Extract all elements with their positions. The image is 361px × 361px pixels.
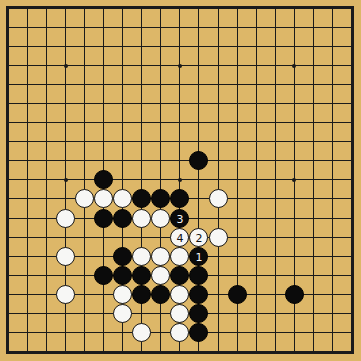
white-stone-glyph: ○ [118, 193, 128, 205]
white-stone: ○ [170, 247, 189, 266]
black-stone-glyph: ● [175, 193, 185, 205]
black-stone-glyph: ● [175, 269, 185, 281]
white-stone: ○ [56, 285, 75, 304]
white-stone: ○ [151, 266, 170, 285]
black-stone-glyph: ● [194, 155, 204, 167]
black-stone-glyph: ● [118, 250, 128, 262]
black-stone-glyph: ● [156, 193, 166, 205]
white-stone-move-2: 2 [189, 228, 208, 247]
white-stone-glyph: ○ [175, 326, 185, 338]
black-stone-glyph: ● [137, 269, 147, 281]
white-stone: ○ [170, 285, 189, 304]
black-stone-glyph: ● [194, 269, 204, 281]
star-point [64, 178, 68, 182]
move-number: 3 [176, 213, 183, 224]
black-stone: ● [228, 285, 247, 304]
move-number: 1 [195, 251, 202, 262]
black-stone: ● [189, 285, 208, 304]
white-stone: ○ [75, 189, 94, 208]
black-stone-glyph: ● [194, 288, 204, 300]
white-stone-glyph: ○ [175, 250, 185, 262]
white-stone-glyph: ○ [137, 250, 147, 262]
white-stone: ○ [151, 247, 170, 266]
black-stone: ● [113, 266, 132, 285]
black-stone-glyph: ● [194, 307, 204, 319]
black-stone-glyph: ● [118, 269, 128, 281]
white-stone: ○ [113, 304, 132, 323]
star-point [292, 64, 296, 68]
black-stone-glyph: ● [232, 288, 242, 300]
white-stone-glyph: ○ [156, 250, 166, 262]
white-stone: ○ [209, 189, 228, 208]
white-stone: ○ [170, 323, 189, 342]
black-stone-glyph: ● [194, 326, 204, 338]
black-stone: ● [189, 304, 208, 323]
white-stone-glyph: ○ [118, 288, 128, 300]
white-stone: ○ [132, 323, 151, 342]
black-stone: ● [113, 209, 132, 228]
white-stone-glyph: ○ [60, 288, 70, 300]
black-stone: ● [94, 209, 113, 228]
go-diagram: ●●○○○●●●○○●●○○342○○●○○○1●●●○●●○○●●○●●●○○… [0, 0, 361, 361]
star-point [178, 64, 182, 68]
black-stone: ● [94, 266, 113, 285]
black-stone-glyph: ● [99, 269, 109, 281]
black-stone-glyph: ● [99, 174, 109, 186]
star-point [64, 64, 68, 68]
star-point [292, 178, 296, 182]
white-stone: ○ [113, 189, 132, 208]
black-stone-glyph: ● [156, 288, 166, 300]
black-stone: ● [113, 247, 132, 266]
black-stone: ● [132, 189, 151, 208]
move-number: 2 [195, 232, 202, 243]
white-stone-glyph: ○ [156, 269, 166, 281]
white-stone: ○ [56, 247, 75, 266]
white-stone-glyph: ○ [156, 212, 166, 224]
black-stone: ● [151, 189, 170, 208]
white-stone-glyph: ○ [213, 193, 223, 205]
white-stone-glyph: ○ [213, 231, 223, 243]
star-point [178, 178, 182, 182]
white-stone-glyph: ○ [60, 250, 70, 262]
black-stone: ● [189, 323, 208, 342]
go-board: ●●○○○●●●○○●●○○342○○●○○○1●●●○●●○○●●○●●●○○… [0, 0, 361, 361]
black-stone: ● [94, 170, 113, 189]
black-stone-move-3: 3 [170, 209, 189, 228]
white-stone: ○ [56, 209, 75, 228]
white-stone-glyph: ○ [175, 307, 185, 319]
white-stone: ○ [94, 189, 113, 208]
white-stone-glyph: ○ [99, 193, 109, 205]
black-stone: ● [285, 285, 304, 304]
move-number: 4 [176, 232, 183, 243]
black-stone-glyph: ● [137, 193, 147, 205]
black-stone: ● [132, 285, 151, 304]
black-stone-glyph: ● [137, 288, 147, 300]
black-stone-move-1: 1 [189, 247, 208, 266]
black-stone-glyph: ● [118, 212, 128, 224]
white-stone-glyph: ○ [79, 193, 89, 205]
white-stone: ○ [151, 209, 170, 228]
white-stone-move-4: 4 [170, 228, 189, 247]
black-stone-glyph: ● [99, 212, 109, 224]
black-stone: ● [189, 151, 208, 170]
black-stone: ● [151, 285, 170, 304]
white-stone-glyph: ○ [137, 326, 147, 338]
black-stone: ● [132, 266, 151, 285]
white-stone-glyph: ○ [175, 288, 185, 300]
black-stone-glyph: ● [289, 288, 299, 300]
white-stone-glyph: ○ [118, 307, 128, 319]
white-stone: ○ [170, 304, 189, 323]
white-stone: ○ [132, 247, 151, 266]
white-stone: ○ [132, 209, 151, 228]
white-stone-glyph: ○ [137, 212, 147, 224]
black-stone: ● [170, 266, 189, 285]
white-stone: ○ [209, 228, 228, 247]
black-stone: ● [189, 266, 208, 285]
white-stone: ○ [113, 285, 132, 304]
black-stone: ● [170, 189, 189, 208]
white-stone-glyph: ○ [60, 212, 70, 224]
